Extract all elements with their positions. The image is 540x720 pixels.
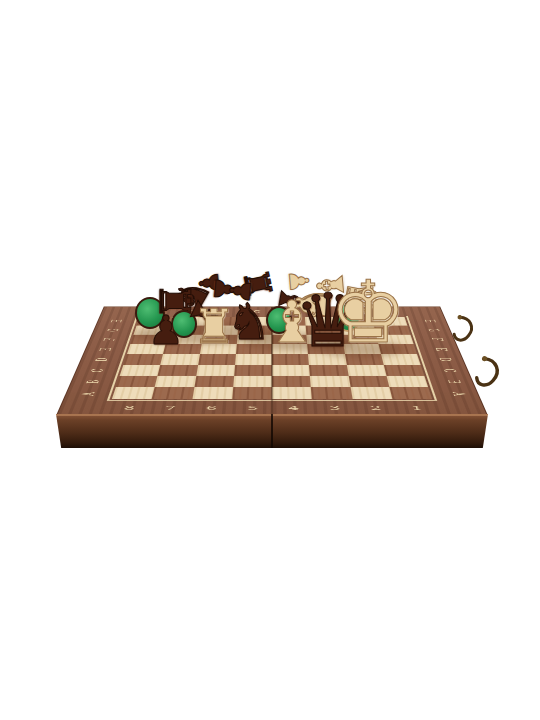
coordinate-label: F (101, 337, 118, 343)
coordinate-label: 8 (116, 406, 142, 411)
board-square[interactable] (123, 354, 163, 364)
board-square[interactable] (158, 365, 198, 376)
board-square[interactable] (309, 365, 348, 376)
coordinate-label: F (428, 337, 445, 343)
board-square[interactable] (346, 365, 386, 376)
board-square[interactable] (386, 376, 428, 388)
board-square[interactable] (155, 376, 196, 388)
coordinate-label: D (93, 356, 111, 362)
coordinate-label: G (424, 327, 440, 333)
board-square[interactable] (272, 365, 310, 376)
dark-knight-piece[interactable]: ♞ (227, 297, 272, 347)
fold-seam-front (271, 414, 273, 448)
coordinate-label: 6 (199, 406, 224, 411)
coordinate-label: 5 (240, 406, 265, 411)
coordinate-label: 3 (322, 406, 347, 411)
coordinate-label: 7 (157, 406, 183, 411)
coordinate-label: H (109, 318, 125, 323)
coordinate-label: A (448, 390, 467, 397)
coordinate-label: G (105, 327, 121, 333)
board-square[interactable] (272, 376, 311, 388)
coordinate-label: 2 (363, 406, 389, 411)
coordinate-label: D (435, 356, 453, 362)
coordinate-label: 1 (404, 406, 430, 411)
board-square[interactable] (116, 376, 158, 388)
coordinate-label: E (432, 346, 449, 352)
board-square[interactable] (112, 387, 155, 399)
board-square[interactable] (350, 387, 392, 399)
board-square[interactable] (383, 365, 424, 376)
box-side-face (56, 414, 488, 448)
board-square[interactable] (348, 376, 389, 388)
board-square[interactable] (310, 376, 350, 388)
board-square[interactable] (272, 387, 312, 399)
board-square[interactable] (389, 387, 432, 399)
coordinate-label: C (88, 367, 106, 374)
clasp-hook-icon (445, 313, 480, 353)
board-square[interactable] (192, 387, 233, 399)
board-square[interactable] (120, 365, 161, 376)
dark-pawn-piece[interactable]: ♟ (148, 310, 184, 350)
white-king-piece[interactable]: ♚ (329, 269, 406, 355)
board-square[interactable] (152, 387, 194, 399)
board-square[interactable] (194, 376, 234, 388)
coordinate-label: B (444, 378, 463, 385)
coordinate-label: A (79, 390, 98, 397)
coordinate-label: C (439, 367, 457, 374)
scene: 8877665544332211AABBCCDDEEFFGGHH ♟♟♜♟♟♞♝… (0, 0, 540, 720)
coordinate-label: 4 (281, 406, 306, 411)
board-square[interactable] (234, 365, 272, 376)
board-square[interactable] (233, 376, 272, 388)
board-square[interactable] (161, 354, 200, 364)
coordinate-label: E (97, 346, 114, 352)
coordinate-label: B (84, 378, 103, 385)
board-square[interactable] (196, 365, 235, 376)
board-square[interactable] (311, 387, 352, 399)
board-square[interactable] (198, 354, 236, 364)
coordinate-label: H (421, 318, 437, 323)
board-square[interactable] (232, 387, 272, 399)
